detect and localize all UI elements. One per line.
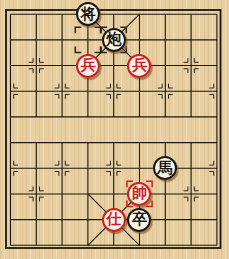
piece-red-soldier-2[interactable]: 兵 bbox=[127, 54, 151, 78]
piece-black-horse[interactable]: 馬 bbox=[153, 156, 177, 180]
piece-black-cannon[interactable]: 炮 bbox=[102, 28, 126, 52]
pieces-layer: 将炮兵兵馬帥仕卒 bbox=[0, 1, 229, 258]
piece-black-soldier[interactable]: 卒 bbox=[127, 208, 151, 232]
xiangqi-board: 将炮兵兵馬帥仕卒 bbox=[0, 0, 229, 259]
piece-black-general[interactable]: 将 bbox=[76, 2, 100, 26]
piece-red-advisor[interactable]: 仕 bbox=[102, 208, 126, 232]
piece-red-soldier-1[interactable]: 兵 bbox=[76, 54, 100, 78]
piece-red-general[interactable]: 帥 bbox=[127, 182, 151, 206]
